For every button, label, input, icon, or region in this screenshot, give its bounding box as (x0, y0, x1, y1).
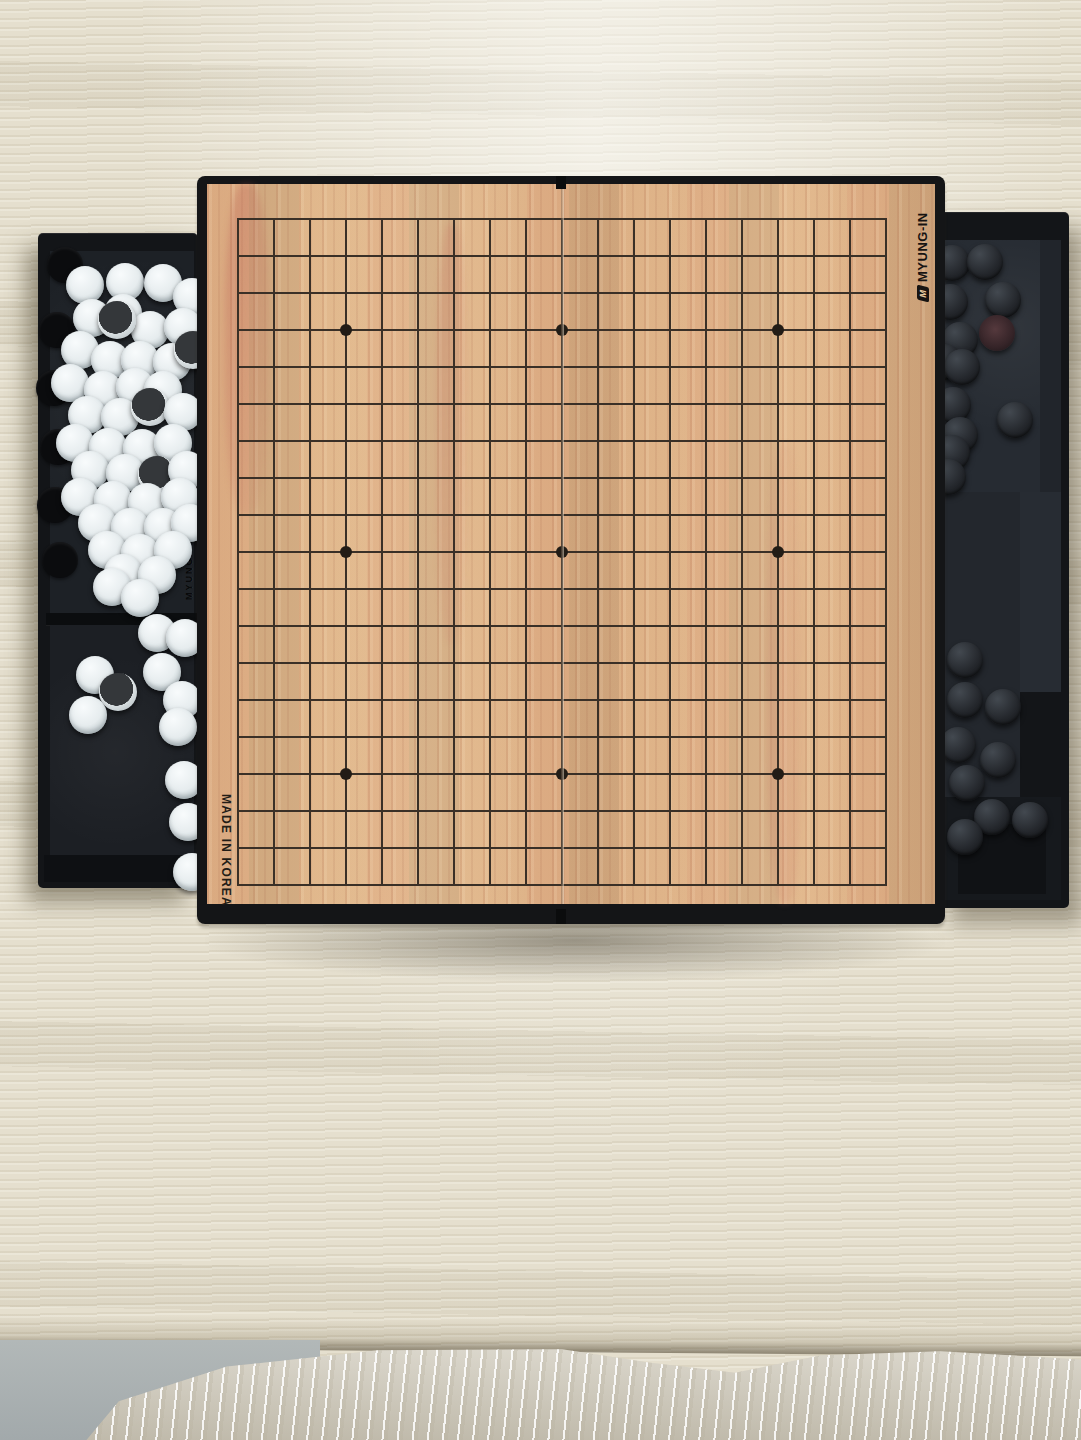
grid-cell (669, 699, 705, 736)
grid-cell (561, 773, 597, 810)
grid-cell (417, 329, 453, 366)
white-stone (69, 696, 107, 734)
grid-cell (777, 699, 813, 736)
grid-cell (561, 514, 597, 551)
grid-cell (813, 551, 849, 588)
grid-cell (849, 773, 885, 810)
grid-cell (525, 736, 561, 773)
grid-cell (849, 625, 885, 662)
grid-cell (417, 477, 453, 514)
grid-cell (849, 736, 885, 773)
grid-cell (849, 292, 885, 329)
grid-cell (381, 588, 417, 625)
grid-cell (309, 625, 345, 662)
grid-cell (489, 847, 525, 884)
grid-cell (237, 551, 273, 588)
grid-cell (273, 329, 309, 366)
grid-cell (705, 514, 741, 551)
black-stone (947, 642, 983, 678)
grid-cell (381, 292, 417, 329)
grid-cell (597, 292, 633, 329)
grid-cell (453, 625, 489, 662)
grid-cell (309, 292, 345, 329)
grid-cell (561, 699, 597, 736)
grid-cell (489, 588, 525, 625)
grid-cell (525, 329, 561, 366)
grid-cell (849, 514, 885, 551)
grid-cell (741, 773, 777, 810)
grid-cell (741, 366, 777, 403)
grid-cell (309, 736, 345, 773)
grid-cell (813, 255, 849, 292)
grid-cell (705, 810, 741, 847)
grid-cell (633, 847, 669, 884)
grid-cell (381, 255, 417, 292)
grid-cell (813, 403, 849, 440)
grid-cell (561, 440, 597, 477)
grid-cell (633, 810, 669, 847)
grid-cell (237, 625, 273, 662)
grid-cell (597, 588, 633, 625)
grid-cell (597, 514, 633, 551)
grid-cell (525, 477, 561, 514)
grid-cell (561, 255, 597, 292)
white-stone (159, 708, 197, 746)
grid-cell (237, 662, 273, 699)
grid-cell (237, 218, 273, 255)
grid-cell (345, 514, 381, 551)
grid-cell (777, 255, 813, 292)
grid-cell (417, 255, 453, 292)
grid-cell (741, 699, 777, 736)
grid-cell (453, 773, 489, 810)
grid-cell (741, 218, 777, 255)
grid-cell (705, 588, 741, 625)
grid-cell (489, 662, 525, 699)
grid-cell (597, 736, 633, 773)
grid-cell (669, 810, 705, 847)
fold-notch-bottom (556, 909, 566, 924)
grid-cell (453, 255, 489, 292)
grid-cell (597, 551, 633, 588)
grid-cell (813, 662, 849, 699)
grid-cell (561, 551, 597, 588)
grid-cell (525, 810, 561, 847)
grid-cell (669, 366, 705, 403)
grid-cell (597, 477, 633, 514)
white-stone (66, 266, 104, 304)
grid-cell (489, 440, 525, 477)
go-board: M MYUNG-IN MADE IN KOREA (197, 176, 945, 924)
grid-cell (273, 218, 309, 255)
grid-cell (453, 810, 489, 847)
grid-cell (273, 514, 309, 551)
grid-cell (525, 847, 561, 884)
grid-cell (813, 477, 849, 514)
grid-cell (597, 847, 633, 884)
grid-cell (345, 773, 381, 810)
grid-cell (561, 847, 597, 884)
grid-cell (777, 662, 813, 699)
grid-cell (345, 440, 381, 477)
grid-cell (777, 847, 813, 884)
grid-cell (777, 329, 813, 366)
grid-cell (813, 736, 849, 773)
grid-cell (453, 662, 489, 699)
grid-cell (561, 366, 597, 403)
black-stone (967, 244, 1003, 280)
brand-text: MYUNG-IN (915, 212, 930, 282)
grid-cell (273, 366, 309, 403)
grid-cell (525, 773, 561, 810)
grid-cell (417, 292, 453, 329)
grid-cell (705, 662, 741, 699)
grid-cell (309, 440, 345, 477)
grid-cell (597, 403, 633, 440)
grid-cell (381, 736, 417, 773)
grid-cell (381, 329, 417, 366)
grid-cell (633, 477, 669, 514)
grid-cell (669, 292, 705, 329)
grid-cell (633, 662, 669, 699)
black-stone (980, 742, 1016, 778)
grid-cell (381, 551, 417, 588)
grid-cell (417, 736, 453, 773)
black-stone (947, 682, 983, 718)
grid-cell (849, 366, 885, 403)
brand-label: M MYUNG-IN (915, 212, 930, 301)
grid-cell (813, 292, 849, 329)
grid-cell (489, 218, 525, 255)
grid-cell (741, 292, 777, 329)
grid-cell (741, 810, 777, 847)
grid-cell (705, 773, 741, 810)
grid-cell (597, 810, 633, 847)
grid-cell (273, 810, 309, 847)
grid-cell (489, 810, 525, 847)
grid-cell (849, 662, 885, 699)
grid-cell (741, 440, 777, 477)
grid-cell (705, 403, 741, 440)
brand-logo-icon: M (917, 285, 929, 303)
grid-cell (669, 329, 705, 366)
black-stone (985, 282, 1021, 318)
grid-cell (489, 625, 525, 662)
grid-cell (417, 551, 453, 588)
grid-cell (273, 662, 309, 699)
grid-cell (669, 403, 705, 440)
grid-cell (345, 366, 381, 403)
grid-cell (669, 255, 705, 292)
grid-cell (345, 551, 381, 588)
grid-cell (237, 403, 273, 440)
grid-cell (489, 366, 525, 403)
grid-cell (489, 292, 525, 329)
black-stone (1012, 802, 1048, 838)
grid-cell (741, 588, 777, 625)
star-point (340, 324, 352, 336)
grid-cell (273, 847, 309, 884)
grid-cell (705, 625, 741, 662)
grid-cell (705, 847, 741, 884)
board-shadow (205, 918, 945, 982)
grid-cell (417, 810, 453, 847)
grid-cell (813, 699, 849, 736)
white-stone-flipped (131, 388, 169, 426)
grid-cell (345, 477, 381, 514)
grid-cell (453, 403, 489, 440)
grid-cell (597, 699, 633, 736)
grid-cell (453, 477, 489, 514)
grid-cell (417, 699, 453, 736)
grid-cell (669, 662, 705, 699)
grid-cell (849, 440, 885, 477)
grid-cell (273, 773, 309, 810)
grid-cell (417, 366, 453, 403)
grid-cell (741, 329, 777, 366)
grid-cell (453, 699, 489, 736)
grid-cell (561, 810, 597, 847)
grid-cell (561, 329, 597, 366)
grid-cell (813, 810, 849, 847)
black-stone (944, 349, 980, 385)
star-point (772, 546, 784, 558)
grid-cell (525, 218, 561, 255)
grid-cell (525, 625, 561, 662)
grid-cell (273, 588, 309, 625)
grid-cell (777, 625, 813, 662)
grid-cell (417, 662, 453, 699)
grid-cell (813, 625, 849, 662)
shadowed-stone (42, 542, 78, 578)
grid-cell (741, 403, 777, 440)
grid-cell (345, 292, 381, 329)
grid-cell (489, 514, 525, 551)
grid-cell (345, 255, 381, 292)
grid-cell (381, 403, 417, 440)
grid-cell (309, 514, 345, 551)
grid-cell (489, 255, 525, 292)
grid-cell (309, 366, 345, 403)
grid-cell (489, 736, 525, 773)
grid-cell (273, 699, 309, 736)
grid-cell (813, 773, 849, 810)
white-stone-flipped (98, 301, 136, 339)
grid-cell (741, 625, 777, 662)
grid-cell (741, 847, 777, 884)
grid-cell (561, 218, 597, 255)
grid-cell (561, 625, 597, 662)
grid-cell (525, 662, 561, 699)
grid-cell (597, 218, 633, 255)
grid-cell (777, 292, 813, 329)
grid-cell (273, 625, 309, 662)
grid-cell (237, 588, 273, 625)
grid-cell (309, 699, 345, 736)
grid-cell (309, 847, 345, 884)
grid-cell (849, 588, 885, 625)
grid-cell (633, 403, 669, 440)
grid-cell (237, 514, 273, 551)
grid-cell (633, 551, 669, 588)
grid-cell (489, 773, 525, 810)
grid-cell (525, 255, 561, 292)
grid-cell (489, 699, 525, 736)
grid-cell (345, 403, 381, 440)
tray-ledge-lower (1020, 492, 1061, 692)
grid-cell (669, 514, 705, 551)
grid-cell (633, 440, 669, 477)
grid-cell (381, 625, 417, 662)
grid-cell (669, 736, 705, 773)
grid-cell (561, 477, 597, 514)
grid-cell (381, 662, 417, 699)
grid-cell (705, 218, 741, 255)
grid-cell (453, 736, 489, 773)
grid-cell (345, 699, 381, 736)
grid-cell (381, 477, 417, 514)
grid-cell (489, 477, 525, 514)
grid-cell (849, 810, 885, 847)
grid-cell (705, 699, 741, 736)
grid-cell (453, 440, 489, 477)
grid-cell (741, 255, 777, 292)
grid-cell (273, 736, 309, 773)
grid-cell (237, 440, 273, 477)
grid-cell (345, 329, 381, 366)
grid-cell (309, 551, 345, 588)
grid-cell (525, 588, 561, 625)
grid-cell (849, 699, 885, 736)
grid-cell (381, 847, 417, 884)
white-stone (121, 579, 159, 617)
grid-cell (453, 551, 489, 588)
grid-cell (669, 588, 705, 625)
grid-cell (237, 477, 273, 514)
board-fold-seam (561, 184, 564, 904)
grid-cell (489, 329, 525, 366)
grid-cell (381, 514, 417, 551)
grid-cell (597, 440, 633, 477)
grid-cell (417, 773, 453, 810)
grid-cell (309, 403, 345, 440)
grid-cell (345, 736, 381, 773)
grid-cell (741, 514, 777, 551)
grid-cell (669, 773, 705, 810)
grid-cell (453, 292, 489, 329)
grid-cell (525, 551, 561, 588)
grid-cell (669, 625, 705, 662)
grid-cell (417, 514, 453, 551)
grid-cell (633, 588, 669, 625)
grid-cell (777, 366, 813, 403)
grid-cell (597, 625, 633, 662)
grid-cell (561, 662, 597, 699)
grid-cell (705, 440, 741, 477)
grid-cell (309, 255, 345, 292)
star-point (772, 768, 784, 780)
grid-cell (345, 625, 381, 662)
grid-cell (849, 329, 885, 366)
grid-cell (777, 810, 813, 847)
grid-cell (669, 218, 705, 255)
grid-cell (309, 477, 345, 514)
grid-cell (309, 329, 345, 366)
grid-cell (561, 588, 597, 625)
grid-cell (453, 366, 489, 403)
grid-cell (633, 329, 669, 366)
grid-cell (705, 736, 741, 773)
grid-cell (777, 588, 813, 625)
grid-cell (633, 292, 669, 329)
grid-cell (813, 847, 849, 884)
grid-cell (669, 551, 705, 588)
grid-cell (813, 588, 849, 625)
grid-cell (561, 292, 597, 329)
grid-cell (417, 218, 453, 255)
grid-cell (345, 810, 381, 847)
grid-cell (525, 403, 561, 440)
grid-cell (237, 292, 273, 329)
grid-cell (597, 366, 633, 403)
grid-cell (705, 477, 741, 514)
black-stone (940, 727, 976, 763)
grid-cell (237, 366, 273, 403)
grid-cell (345, 847, 381, 884)
grid-cell (525, 292, 561, 329)
grid-cell (453, 514, 489, 551)
grid-cell (813, 440, 849, 477)
grid-cell (705, 255, 741, 292)
grid-cell (705, 366, 741, 403)
grid-cell (597, 773, 633, 810)
grid-cell (633, 514, 669, 551)
grid-cell (849, 218, 885, 255)
grid-cell (273, 255, 309, 292)
grid-cell (309, 662, 345, 699)
grid-cell (273, 292, 309, 329)
grid-cell (237, 699, 273, 736)
grid-cell (597, 662, 633, 699)
black-stone (985, 689, 1021, 725)
grid-cell (453, 847, 489, 884)
made-in-label: MADE IN KOREA (219, 794, 233, 907)
grid-cell (417, 440, 453, 477)
black-stone (997, 402, 1033, 438)
grid-cell (741, 662, 777, 699)
grid-cell (381, 218, 417, 255)
grid-cell (237, 847, 273, 884)
grid-cell (309, 218, 345, 255)
grid-cell (417, 403, 453, 440)
black-stone-brown (979, 315, 1015, 351)
grid-cell (237, 736, 273, 773)
fold-notch-top (556, 176, 566, 189)
grid-cell (525, 514, 561, 551)
grid-cell (777, 403, 813, 440)
grid-cell (381, 440, 417, 477)
star-point (772, 324, 784, 336)
grid-cell (777, 218, 813, 255)
grid-cell (273, 403, 309, 440)
grid-cell (381, 699, 417, 736)
grid-cell (741, 551, 777, 588)
grid-cell (741, 477, 777, 514)
grid-cell (489, 551, 525, 588)
black-stone (949, 765, 985, 801)
grid-cell (633, 366, 669, 403)
grid-cell (525, 440, 561, 477)
